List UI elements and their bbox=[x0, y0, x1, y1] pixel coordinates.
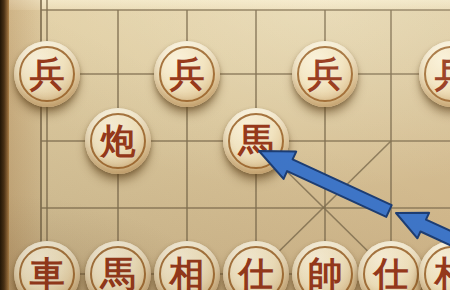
xiangqi-board[interactable]: 兵兵兵兵炮馬車馬相仕帥仕相 bbox=[0, 0, 450, 290]
board-left-edge bbox=[0, 0, 9, 290]
arrow-pointing-at-horse bbox=[259, 151, 392, 217]
arrow-from-offscreen bbox=[396, 213, 450, 254]
arrows-layer bbox=[0, 0, 450, 290]
